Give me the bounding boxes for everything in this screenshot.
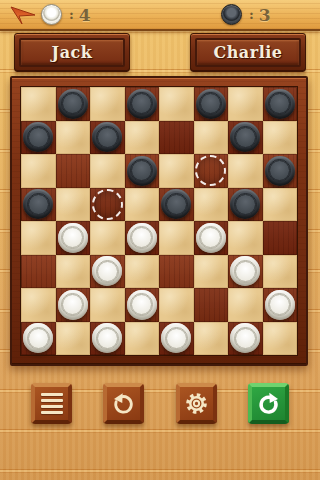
square-r5c6[interactable] (194, 221, 229, 255)
square-r5c2[interactable] (56, 221, 91, 255)
square-r8c3[interactable] (90, 322, 125, 356)
piece-core (235, 194, 256, 215)
square-r5c1 (21, 221, 56, 255)
square-r2c7[interactable] (228, 121, 263, 155)
piece-core (28, 194, 49, 215)
turn-arrow-icon (10, 4, 37, 26)
black-piece[interactable] (58, 89, 88, 119)
black-piece[interactable] (23, 122, 53, 152)
square-r7c3 (90, 288, 125, 322)
black-piece[interactable] (127, 156, 157, 186)
square-r4c8 (263, 188, 298, 222)
black-piece[interactable] (161, 189, 191, 219)
square-r2c8 (263, 121, 298, 155)
piece-core (97, 328, 118, 349)
black-score-value: 3 (259, 5, 271, 25)
black-piece[interactable] (127, 89, 157, 119)
gear-icon (180, 387, 213, 420)
square-r1c3 (90, 87, 125, 121)
square-r3c6[interactable] (194, 154, 229, 188)
square-r2c5[interactable] (159, 121, 194, 155)
square-r1c5 (159, 87, 194, 121)
square-r5c4[interactable] (125, 221, 160, 255)
square-r8c4 (125, 322, 160, 356)
square-r7c7 (228, 288, 263, 322)
square-r3c2[interactable] (56, 154, 91, 188)
white-piece[interactable] (230, 323, 260, 353)
black-piece[interactable] (196, 89, 226, 119)
square-r7c5 (159, 288, 194, 322)
black-piece[interactable] (265, 89, 295, 119)
checkers-app-screen: : 4 : 3 Jack Charlie (0, 0, 320, 480)
plate-inner-panel: Charlie (195, 38, 301, 67)
square-r6c8 (263, 255, 298, 289)
black-piece[interactable] (230, 122, 260, 152)
white-score-value: 4 (79, 5, 91, 25)
piece-core (235, 127, 256, 148)
piece-core (97, 127, 118, 148)
restart-button[interactable] (248, 383, 289, 424)
square-r6c5[interactable] (159, 255, 194, 289)
square-r6c2 (56, 255, 91, 289)
square-r7c2[interactable] (56, 288, 91, 322)
square-r6c1[interactable] (21, 255, 56, 289)
black-piece[interactable] (265, 156, 295, 186)
square-r8c7[interactable] (228, 322, 263, 356)
square-r1c6[interactable] (194, 87, 229, 121)
square-r4c7[interactable] (228, 188, 263, 222)
white-piece[interactable] (92, 323, 122, 353)
white-piece[interactable] (230, 256, 260, 286)
board-grid (20, 86, 298, 356)
square-r3c3 (90, 154, 125, 188)
square-r2c3[interactable] (90, 121, 125, 155)
square-r1c2[interactable] (56, 87, 91, 121)
piece-core (28, 127, 49, 148)
piece-core (235, 261, 256, 282)
score-separator: : (249, 7, 254, 22)
piece-core (28, 328, 49, 349)
square-r6c3[interactable] (90, 255, 125, 289)
move-hint-circle[interactable] (195, 155, 226, 186)
white-piece[interactable] (58, 223, 88, 253)
piece-core (166, 194, 187, 215)
square-r2c4 (125, 121, 160, 155)
checkers-board-frame (10, 76, 308, 366)
white-piece-icon (41, 4, 62, 25)
square-r2c6 (194, 121, 229, 155)
menu-button[interactable] (31, 383, 72, 424)
white-piece[interactable] (127, 290, 157, 320)
square-r4c1[interactable] (21, 188, 56, 222)
square-r6c6 (194, 255, 229, 289)
undo-button[interactable] (103, 383, 144, 424)
bottom-toolbar (31, 383, 289, 424)
player-name-right: Charlie (214, 43, 283, 62)
score-separator: : (69, 7, 74, 22)
square-r8c6 (194, 322, 229, 356)
square-r5c8[interactable] (263, 221, 298, 255)
piece-core (235, 328, 256, 349)
square-r8c1[interactable] (21, 322, 56, 356)
square-r2c1[interactable] (21, 121, 56, 155)
square-r7c4[interactable] (125, 288, 160, 322)
square-r5c5 (159, 221, 194, 255)
square-r1c8[interactable] (263, 87, 298, 121)
square-r6c4 (125, 255, 160, 289)
white-piece[interactable] (127, 223, 157, 253)
hamburger-icon (41, 393, 63, 414)
piece-core (97, 261, 118, 282)
black-score-group: : 3 (221, 0, 271, 29)
square-r4c5[interactable] (159, 188, 194, 222)
square-r4c4 (125, 188, 160, 222)
black-piece-icon (221, 4, 242, 25)
white-piece[interactable] (23, 323, 53, 353)
square-r5c7 (228, 221, 263, 255)
square-r3c1 (21, 154, 56, 188)
square-r8c8 (263, 322, 298, 356)
square-r8c5[interactable] (159, 322, 194, 356)
square-r3c7 (228, 154, 263, 188)
square-r4c6 (194, 188, 229, 222)
black-piece[interactable] (23, 189, 53, 219)
player-name-left: Jack (52, 43, 93, 62)
square-r3c5 (159, 154, 194, 188)
white-piece[interactable] (265, 290, 295, 320)
settings-button[interactable] (176, 383, 217, 424)
undo-arrow-icon (107, 387, 140, 420)
white-piece[interactable] (196, 223, 226, 253)
white-piece[interactable] (92, 256, 122, 286)
top-score-bar: : 4 : 3 (0, 0, 320, 31)
square-r7c8[interactable] (263, 288, 298, 322)
square-r3c8[interactable] (263, 154, 298, 188)
move-hint-circle[interactable] (92, 189, 123, 220)
player-plate-jack: Jack (14, 33, 130, 72)
player-plate-charlie: Charlie (190, 33, 306, 72)
restart-arrow-icon (252, 387, 285, 420)
square-r1c4[interactable] (125, 87, 160, 121)
square-r5c3 (90, 221, 125, 255)
square-r6c7[interactable] (228, 255, 263, 289)
black-piece[interactable] (92, 122, 122, 152)
square-r1c7 (228, 87, 263, 121)
white-piece[interactable] (58, 290, 88, 320)
black-piece[interactable] (230, 189, 260, 219)
white-piece[interactable] (161, 323, 191, 353)
square-r7c1 (21, 288, 56, 322)
square-r8c2 (56, 322, 91, 356)
square-r3c4[interactable] (125, 154, 160, 188)
white-score-group: : 4 (10, 0, 91, 29)
piece-core (166, 328, 187, 349)
square-r4c2 (56, 188, 91, 222)
plate-inner-panel: Jack (19, 38, 125, 67)
square-r1c1 (21, 87, 56, 121)
square-r2c2 (56, 121, 91, 155)
square-r7c6[interactable] (194, 288, 229, 322)
square-r4c3[interactable] (90, 188, 125, 222)
